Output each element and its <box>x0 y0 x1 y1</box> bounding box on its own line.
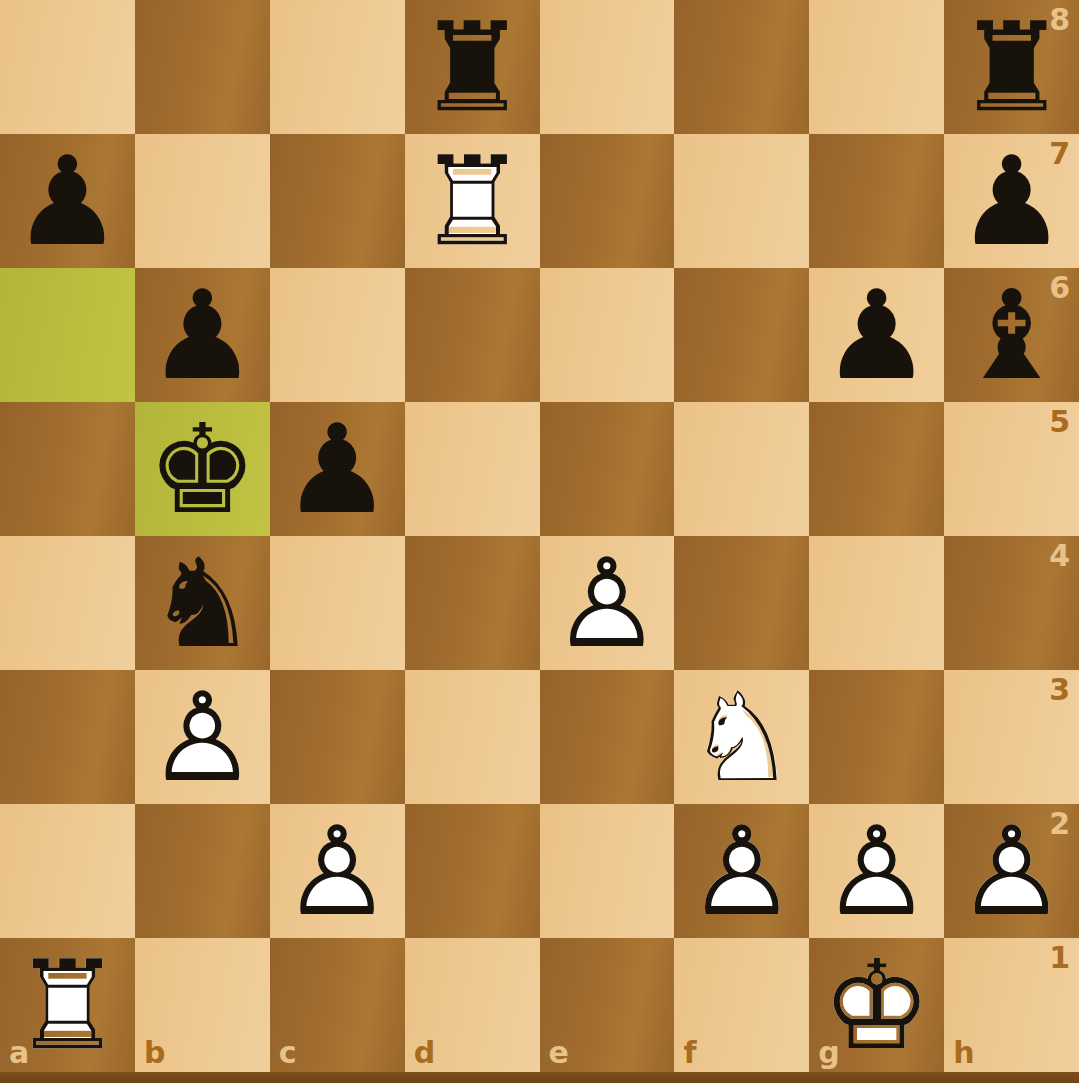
white-pawn-icon[interactable]: ♟♙ <box>540 536 675 670</box>
square-c1[interactable]: c <box>270 938 405 1072</box>
file-label-b: b <box>144 1038 165 1068</box>
square-g7[interactable] <box>809 134 944 268</box>
square-d5[interactable] <box>405 402 540 536</box>
square-g5[interactable] <box>809 402 944 536</box>
black-knight-icon[interactable]: ♞ <box>135 536 270 670</box>
file-label-c: c <box>279 1038 297 1068</box>
black-pawn-icon[interactable]: ♟ <box>135 268 270 402</box>
rank-label-5: 5 <box>1049 407 1070 437</box>
square-b4[interactable]: ♞ <box>135 536 270 670</box>
square-e8[interactable] <box>540 0 675 134</box>
square-f6[interactable] <box>674 268 809 402</box>
square-f4[interactable] <box>674 536 809 670</box>
square-f1[interactable]: f <box>674 938 809 1072</box>
black-pawn-icon[interactable]: ♟ <box>270 402 405 536</box>
square-e3[interactable] <box>540 670 675 804</box>
white-knight-icon[interactable]: ♞♘ <box>674 670 809 804</box>
square-f5[interactable] <box>674 402 809 536</box>
white-piece-outline: ♙ <box>147 676 257 799</box>
square-b3[interactable]: ♟♙ <box>135 670 270 804</box>
white-rook-icon[interactable]: ♜♖ <box>405 134 540 268</box>
square-b2[interactable] <box>135 804 270 938</box>
square-a1[interactable]: ♜♖a <box>0 938 135 1072</box>
square-e4[interactable]: ♟♙ <box>540 536 675 670</box>
square-a6[interactable] <box>0 268 135 402</box>
file-label-h: h <box>953 1038 974 1068</box>
rank-label-1: 1 <box>1049 943 1070 973</box>
square-a3[interactable] <box>0 670 135 804</box>
square-a8[interactable] <box>0 0 135 134</box>
white-piece-outline: ♖ <box>12 944 122 1067</box>
square-c5[interactable]: ♟ <box>270 402 405 536</box>
square-a2[interactable] <box>0 804 135 938</box>
square-c3[interactable] <box>270 670 405 804</box>
square-h6[interactable]: ♝6 <box>944 268 1079 402</box>
square-g4[interactable] <box>809 536 944 670</box>
square-e5[interactable] <box>540 402 675 536</box>
white-piece-outline: ♙ <box>956 810 1066 933</box>
square-h4[interactable]: 4 <box>944 536 1079 670</box>
square-h3[interactable]: 3 <box>944 670 1079 804</box>
square-e1[interactable]: e <box>540 938 675 1072</box>
white-piece-outline: ♙ <box>552 542 662 665</box>
white-pawn-icon[interactable]: ♟♙ <box>944 804 1079 938</box>
square-c6[interactable] <box>270 268 405 402</box>
square-g1[interactable]: ♚♔g <box>809 938 944 1072</box>
chess-app: ♜♜8♟♜♖♟7♟♟♝6♚♟5♞♟♙4♟♙♞♘3♟♙♟♙♟♙♟♙2♜♖abcde… <box>0 0 1079 1083</box>
white-king-icon[interactable]: ♚♔ <box>809 938 944 1072</box>
white-piece-outline: ♙ <box>822 810 932 933</box>
square-g6[interactable]: ♟ <box>809 268 944 402</box>
white-rook-icon[interactable]: ♜♖ <box>0 938 135 1072</box>
square-g8[interactable] <box>809 0 944 134</box>
white-pawn-icon[interactable]: ♟♙ <box>809 804 944 938</box>
square-d1[interactable]: d <box>405 938 540 1072</box>
square-d2[interactable] <box>405 804 540 938</box>
black-pawn-icon[interactable]: ♟ <box>0 134 135 268</box>
square-d8[interactable]: ♜ <box>405 0 540 134</box>
black-rook-icon[interactable]: ♜ <box>405 0 540 134</box>
white-piece-outline: ♙ <box>687 810 797 933</box>
black-pawn-icon[interactable]: ♟ <box>944 134 1079 268</box>
black-king-icon[interactable]: ♚ <box>135 402 270 536</box>
square-d4[interactable] <box>405 536 540 670</box>
square-e7[interactable] <box>540 134 675 268</box>
square-e6[interactable] <box>540 268 675 402</box>
white-piece-outline: ♘ <box>687 676 797 799</box>
square-h8[interactable]: ♜8 <box>944 0 1079 134</box>
chess-board: ♜♜8♟♜♖♟7♟♟♝6♚♟5♞♟♙4♟♙♞♘3♟♙♟♙♟♙♟♙2♜♖abcde… <box>0 0 1079 1072</box>
square-d7[interactable]: ♜♖ <box>405 134 540 268</box>
square-b1[interactable]: b <box>135 938 270 1072</box>
file-label-e: e <box>549 1038 569 1068</box>
square-a4[interactable] <box>0 536 135 670</box>
square-h5[interactable]: 5 <box>944 402 1079 536</box>
square-f8[interactable] <box>674 0 809 134</box>
square-h7[interactable]: ♟7 <box>944 134 1079 268</box>
square-h1[interactable]: h1 <box>944 938 1079 1072</box>
square-c8[interactable] <box>270 0 405 134</box>
file-label-d: d <box>414 1038 435 1068</box>
rank-label-3: 3 <box>1049 675 1070 705</box>
white-pawn-icon[interactable]: ♟♙ <box>674 804 809 938</box>
white-piece-outline: ♖ <box>417 140 527 263</box>
white-piece-outline: ♙ <box>282 810 392 933</box>
white-pawn-icon[interactable]: ♟♙ <box>270 804 405 938</box>
square-g2[interactable]: ♟♙ <box>809 804 944 938</box>
white-pawn-icon[interactable]: ♟♙ <box>135 670 270 804</box>
square-f7[interactable] <box>674 134 809 268</box>
square-a5[interactable] <box>0 402 135 536</box>
rank-label-4: 4 <box>1049 541 1070 571</box>
square-c4[interactable] <box>270 536 405 670</box>
square-h2[interactable]: ♟♙2 <box>944 804 1079 938</box>
square-f3[interactable]: ♞♘ <box>674 670 809 804</box>
file-label-f: f <box>683 1038 696 1068</box>
black-bishop-icon[interactable]: ♝ <box>944 268 1079 402</box>
square-c7[interactable] <box>270 134 405 268</box>
square-f2[interactable]: ♟♙ <box>674 804 809 938</box>
square-d3[interactable] <box>405 670 540 804</box>
square-g3[interactable] <box>809 670 944 804</box>
square-c2[interactable]: ♟♙ <box>270 804 405 938</box>
square-a7[interactable]: ♟ <box>0 134 135 268</box>
square-b7[interactable] <box>135 134 270 268</box>
square-b6[interactable]: ♟ <box>135 268 270 402</box>
black-pawn-icon[interactable]: ♟ <box>809 268 944 402</box>
square-b8[interactable] <box>135 0 270 134</box>
square-b5[interactable]: ♚ <box>135 402 270 536</box>
square-e2[interactable] <box>540 804 675 938</box>
black-rook-icon[interactable]: ♜ <box>944 0 1079 134</box>
white-piece-outline: ♔ <box>822 944 932 1067</box>
square-d6[interactable] <box>405 268 540 402</box>
